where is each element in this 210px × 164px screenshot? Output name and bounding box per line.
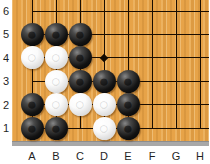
col-label-c: C: [71, 148, 89, 164]
stone-white-c2[interactable]: ○: [69, 93, 92, 116]
stone-black-e1[interactable]: ●: [117, 117, 140, 140]
row-label-4: 4: [0, 50, 12, 66]
board-bottom-edge: [12, 141, 209, 146]
grid-line-col-f: [152, 0, 153, 129]
col-label-e: E: [119, 148, 137, 164]
stone-black-e2[interactable]: ●: [117, 93, 140, 116]
stone-black-c5[interactable]: ●: [69, 23, 92, 46]
stone-black-c4[interactable]: ●: [69, 46, 92, 69]
grid-line-row-6: [32, 11, 210, 12]
stone-black-b1[interactable]: ●: [45, 117, 68, 140]
col-label-a: A: [23, 148, 41, 164]
stone-white-d2[interactable]: ○: [93, 93, 116, 116]
col-label-h: H: [191, 148, 209, 164]
stone-white-d1[interactable]: ○: [93, 117, 116, 140]
col-label-b: B: [47, 148, 65, 164]
stone-black-a5[interactable]: ●: [21, 23, 44, 46]
stone-black-d3[interactable]: ●: [93, 70, 116, 93]
row-label-2: 2: [0, 97, 12, 113]
col-label-d: D: [95, 148, 113, 164]
col-label-g: G: [167, 148, 185, 164]
row-label-3: 3: [0, 73, 12, 89]
stone-black-a1[interactable]: ●: [21, 117, 44, 140]
stone-white-a4[interactable]: ○: [21, 46, 44, 69]
stone-white-b4[interactable]: ○: [45, 46, 68, 69]
stone-black-c3[interactable]: ●: [69, 70, 92, 93]
stone-white-b3[interactable]: ○: [45, 70, 68, 93]
stone-black-e3[interactable]: ●: [117, 70, 140, 93]
col-label-f: F: [143, 148, 161, 164]
row-label-5: 5: [0, 26, 12, 42]
row-label-6: 6: [0, 3, 12, 19]
stone-black-a2[interactable]: ●: [21, 93, 44, 116]
stone-white-b2[interactable]: ○: [45, 93, 68, 116]
grid-line-col-h: [200, 0, 201, 129]
row-label-1: 1: [0, 120, 12, 136]
grid-line-col-g: [176, 0, 177, 129]
screen: ABCDEFGH 654321 ●●●○○●○●●●●○○○●●●○●: [0, 0, 209, 164]
stone-black-b5[interactable]: ●: [45, 23, 68, 46]
